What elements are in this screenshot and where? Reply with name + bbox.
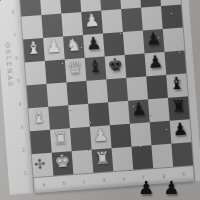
square-d7: ♟: [81, 11, 103, 35]
square-f2: [130, 122, 152, 146]
square-e6: [103, 32, 125, 56]
white-bishop-a6: ♝: [26, 39, 42, 57]
black-rook-h3: ♜: [170, 97, 186, 115]
square-g3: [148, 98, 170, 122]
square-e7: [101, 9, 123, 33]
square-h1: [171, 142, 193, 166]
file-label-e: e: [113, 171, 134, 187]
square-h7: [161, 5, 183, 29]
square-f5: [125, 53, 147, 77]
square-b3: [48, 105, 70, 129]
square-h3: ♜: [168, 96, 190, 120]
square-g7: [141, 6, 163, 30]
rank-label-3: 3: [17, 124, 25, 131]
rank-label-2: 2: [19, 147, 27, 154]
black-pawn-f3: ♟: [130, 100, 146, 118]
square-a4: [27, 84, 49, 108]
square-d3: [88, 102, 110, 126]
square-e5: ♚: [105, 55, 127, 79]
file-label-c: c: [73, 174, 94, 190]
rank-label-7: 7: [11, 32, 19, 39]
square-h5: [164, 50, 186, 74]
white-pawn-b6: ♟: [46, 38, 62, 56]
board-brand-text: OSLENAS: [4, 42, 14, 87]
square-d4: [86, 79, 108, 103]
square-f1: [131, 145, 153, 169]
square-c3: [68, 104, 90, 128]
square-f7: [121, 8, 143, 32]
square-b6: ♟: [43, 37, 65, 61]
file-label-b: b: [54, 175, 75, 191]
file-label-a: a: [34, 177, 55, 193]
captured-black-pawn-1: ♟: [138, 179, 154, 197]
square-b4: [47, 82, 69, 106]
rank-label-8: 8: [9, 9, 17, 16]
square-b7: [41, 14, 63, 38]
square-g1: [151, 144, 173, 168]
square-c5: ♛: [65, 58, 87, 82]
square-c6: ♞: [63, 35, 85, 59]
rank-label-4: 4: [16, 101, 24, 108]
square-g6: ♟: [143, 29, 165, 53]
square-a2: [30, 130, 52, 154]
square-e4: [106, 78, 128, 102]
black-pawn-g6: ♟: [145, 30, 161, 48]
square-c7: [61, 12, 83, 36]
square-c4: [66, 81, 88, 105]
square-d2: ♟: [90, 125, 112, 149]
square-h4: ♝: [166, 73, 188, 97]
square-b5: [45, 59, 67, 83]
square-h2: ♟: [170, 119, 192, 143]
corner-rosette-ornament: ✣: [34, 157, 46, 171]
black-pawn-d6: ♟: [85, 35, 101, 53]
square-e1: [112, 147, 134, 171]
chess-board: OSLENAS 87654321 ♟♝♟♞♟♟♛♝♚♟♝♝♟♜♜♟♟✣♚♜ ab…: [0, 0, 200, 195]
square-c2: [70, 127, 92, 151]
white-queen-c5: ♛: [67, 59, 83, 77]
black-bishop-h4: ♝: [169, 75, 185, 93]
square-g2: [150, 121, 172, 145]
white-bishop-a3: ♝: [31, 108, 47, 126]
square-e3: [108, 101, 130, 125]
white-rook-d1: ♜: [94, 149, 110, 167]
black-bishop-d5: ♝: [87, 58, 103, 76]
square-a7: [21, 15, 43, 39]
square-a8: [20, 0, 42, 17]
white-rook-b2: ♜: [52, 129, 68, 147]
black-king-e5: ♚: [107, 56, 123, 74]
square-g5: ♟: [145, 52, 167, 76]
white-king-b1: ♚: [54, 152, 70, 170]
square-a6: ♝: [23, 38, 45, 62]
captured-pieces-tray: ♟♟: [138, 179, 179, 197]
square-b2: ♜: [50, 128, 72, 152]
square-a1: ✣: [32, 153, 54, 177]
chessboard-photo: OSLENAS 87654321 ♟♝♟♞♟♟♛♝♚♟♝♝♟♜♜♟♟✣♚♜ ab…: [0, 0, 200, 200]
square-f3: ♟: [128, 99, 150, 123]
square-c1: [72, 150, 94, 174]
black-pawn-g5: ♟: [147, 53, 163, 71]
square-b1: ♚: [52, 151, 74, 175]
square-a5: [25, 61, 47, 85]
square-d1: ♜: [92, 148, 114, 172]
square-h6: [163, 28, 185, 52]
white-knight-c6: ♞: [65, 36, 81, 54]
rank-label-1: 1: [21, 169, 29, 176]
file-label-d: d: [93, 172, 114, 188]
white-pawn-d7: ♟: [84, 12, 100, 30]
captured-black-pawn-2: ♟: [163, 179, 179, 197]
square-f6: [123, 31, 145, 55]
rank-label-6: 6: [12, 55, 20, 62]
square-a3: ♝: [28, 107, 50, 131]
square-d5: ♝: [85, 56, 107, 80]
square-g4: [146, 75, 168, 99]
white-pawn-d2: ♟: [92, 126, 108, 144]
rank-label-5: 5: [14, 78, 22, 85]
square-e2: [110, 124, 132, 148]
board-grid: ♟♝♟♞♟♟♛♝♚♟♝♝♟♜♜♟♟✣♚♜: [20, 0, 193, 177]
black-pawn-h2: ♟: [172, 120, 188, 138]
square-d6: ♟: [83, 34, 105, 58]
square-f4: [126, 76, 148, 100]
